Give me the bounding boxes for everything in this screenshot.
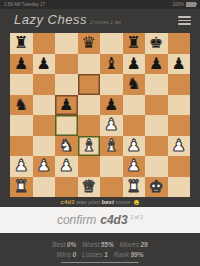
black-pawn-g7: ♟ (149, 53, 163, 74)
app-subtitle: 2 moves 1 tap (90, 19, 121, 25)
black-rook-f8: ♜ (127, 33, 141, 54)
square-h8[interactable] (168, 33, 191, 54)
square-c2[interactable]: ♟ (55, 156, 78, 177)
square-d5[interactable] (78, 95, 101, 116)
square-d4[interactable] (78, 115, 101, 136)
square-b8[interactable] (33, 33, 56, 54)
square-b4[interactable] (33, 115, 56, 136)
white-king-g1: ♚ (149, 176, 163, 197)
black-bishop-e7: ♝ (104, 53, 118, 74)
square-g3[interactable] (145, 136, 168, 157)
stat-label: Moves (120, 241, 139, 248)
black-pawn-a7: ♟ (14, 53, 28, 74)
square-a1[interactable]: ♜ (10, 177, 33, 198)
white-pawn-a2: ♟ (14, 156, 28, 177)
square-c3[interactable]: ♞ (55, 136, 78, 157)
square-g5[interactable] (145, 95, 168, 116)
stat-value: 0% (67, 241, 76, 248)
square-h1[interactable] (168, 177, 191, 198)
square-e4[interactable]: ♟ (100, 115, 123, 136)
square-a5[interactable]: ♞ (10, 95, 33, 116)
square-g2[interactable] (145, 156, 168, 177)
square-c7[interactable] (55, 54, 78, 75)
square-f4[interactable] (123, 115, 146, 136)
stat-rank: Rank99% (114, 251, 144, 258)
stat-wins: Wins0 (57, 251, 77, 258)
square-e5[interactable]: ♟ (100, 95, 123, 116)
stat-label: Best (52, 241, 65, 248)
stat-value: 29 (140, 241, 147, 248)
white-rook-f1: ♜ (127, 176, 141, 197)
square-c8[interactable] (55, 33, 78, 54)
square-f2[interactable]: ♟ (123, 156, 146, 177)
feedback-move: c4d3 (61, 199, 75, 205)
square-e3[interactable]: ♝ (100, 136, 123, 157)
app-screen: 1:58 AM Tuesday 17 100% Lazy Chess2 move… (0, 0, 200, 266)
black-pawn-e5: ♟ (104, 94, 118, 115)
stat-label: Rank (114, 251, 129, 258)
stat-label: Losses (82, 251, 103, 258)
stat-value: 55% (101, 241, 114, 248)
square-e2[interactable] (100, 156, 123, 177)
square-b6[interactable] (33, 74, 56, 95)
app-title: Lazy Chess2 moves 1 tap (14, 12, 121, 27)
black-knight-f6: ♞ (127, 74, 141, 95)
white-bishop-e3: ♝ (104, 135, 118, 156)
square-c1[interactable] (55, 177, 78, 198)
white-queen-d1: ♛ (82, 176, 96, 197)
square-d2[interactable] (78, 156, 101, 177)
white-pawn-b2: ♟ (37, 156, 51, 177)
square-a6[interactable] (10, 74, 33, 95)
square-h6[interactable] (168, 74, 191, 95)
square-a8[interactable]: ♜ (10, 33, 33, 54)
square-h7[interactable]: ♟ (168, 54, 191, 75)
square-b5[interactable] (33, 95, 56, 116)
square-d1[interactable]: ♛ (78, 177, 101, 198)
square-g6[interactable] (145, 74, 168, 95)
header: Lazy Chess2 moves 1 tap (0, 9, 200, 33)
square-h5[interactable] (168, 95, 191, 116)
square-a7[interactable]: ♟ (10, 54, 33, 75)
move-feedback-message: c4d3 was your best move (0, 197, 200, 207)
square-a2[interactable]: ♟ (10, 156, 33, 177)
battery-icon (186, 2, 196, 8)
square-h3[interactable]: ♟ (168, 136, 191, 157)
black-pawn-c5: ♟ (59, 94, 73, 115)
square-h2[interactable] (168, 156, 191, 177)
white-pawn-f3: ♟ (127, 135, 141, 156)
stats-row-1: Best0%Worst55%Moves29 (0, 240, 200, 250)
black-queen-d8: ♛ (82, 33, 96, 54)
square-f1[interactable]: ♜ (123, 177, 146, 198)
black-knight-a5: ♞ (14, 94, 28, 115)
square-b2[interactable]: ♟ (33, 156, 56, 177)
choice-counter: 2 of 2 (131, 214, 144, 220)
stat-moves: Moves29 (120, 241, 148, 248)
confirm-move-button[interactable]: confirm c4d3 2 of 2 (0, 207, 200, 233)
stat-value: 0 (72, 251, 76, 258)
white-pawn-h3: ♟ (172, 135, 186, 156)
white-bishop-d3: ♝ (82, 135, 96, 156)
confirm-label: confirm (57, 213, 96, 227)
chess-board: ♜♛♜♚♟♟♝♟♟♟♞♞♟♟♟♞♝♝♟♟♟♟♟♟♜♛♜♚ (10, 33, 190, 197)
square-f3[interactable]: ♟ (123, 136, 146, 157)
square-b7[interactable]: ♟ (33, 54, 56, 75)
stats-row-2: Wins0Losses1Rank99% (0, 250, 200, 260)
stat-value: 1 (104, 251, 108, 258)
square-g7[interactable]: ♟ (145, 54, 168, 75)
black-pawn-b7: ♟ (37, 53, 51, 74)
square-f6[interactable]: ♞ (123, 74, 146, 95)
square-g8[interactable]: ♚ (145, 33, 168, 54)
status-bar: 1:58 AM Tuesday 17 100% (0, 0, 200, 9)
home-indicator[interactable] (61, 262, 139, 264)
square-g4[interactable] (145, 115, 168, 136)
square-d6[interactable] (78, 74, 101, 95)
black-king-g8: ♚ (149, 33, 163, 54)
white-pawn-c2: ♟ (59, 156, 73, 177)
square-e8[interactable] (100, 33, 123, 54)
feedback-text-mid: was your (76, 199, 100, 205)
square-d7[interactable] (78, 54, 101, 75)
feedback-emphasis: best (102, 199, 114, 205)
stat-best: Best0% (52, 241, 76, 248)
square-f7[interactable]: ♟ (123, 54, 146, 75)
stat-value: 99% (130, 251, 143, 258)
square-c6[interactable] (55, 74, 78, 95)
smiley-face-icon (134, 200, 140, 206)
square-d3[interactable]: ♝ (78, 136, 101, 157)
white-knight-c3: ♞ (59, 135, 73, 156)
square-g1[interactable]: ♚ (145, 177, 168, 198)
square-a3[interactable] (10, 136, 33, 157)
square-e7[interactable]: ♝ (100, 54, 123, 75)
black-pawn-h7: ♟ (172, 53, 186, 74)
black-rook-a8: ♜ (14, 33, 28, 54)
black-pawn-f7: ♟ (127, 53, 141, 74)
square-e6[interactable] (100, 74, 123, 95)
square-c4[interactable] (55, 115, 78, 136)
square-a4[interactable] (10, 115, 33, 136)
square-b3[interactable] (33, 136, 56, 157)
status-time: 1:58 AM Tuesday 17 (4, 2, 45, 7)
square-b1[interactable] (33, 177, 56, 198)
confirm-move-text: c4d3 (100, 213, 127, 227)
square-h4[interactable] (168, 115, 191, 136)
square-c5[interactable]: ♟ (55, 95, 78, 116)
stat-worst: Worst55% (82, 241, 114, 248)
square-f5[interactable] (123, 95, 146, 116)
white-rook-a1: ♜ (14, 176, 28, 197)
stat-losses: Losses1 (82, 251, 108, 258)
app-title-text: Lazy Chess (14, 12, 87, 27)
stat-label: Worst (82, 241, 99, 248)
stat-label: Wins (57, 251, 71, 258)
feedback-text-end: move (116, 199, 131, 205)
white-pawn-e4: ♟ (104, 115, 118, 136)
battery-percent: 100% (172, 2, 184, 7)
square-d8[interactable]: ♛ (78, 33, 101, 54)
square-e1[interactable] (100, 177, 123, 198)
white-pawn-f2: ♟ (127, 156, 141, 177)
square-f8[interactable]: ♜ (123, 33, 146, 54)
hamburger-menu-icon[interactable] (178, 16, 191, 27)
